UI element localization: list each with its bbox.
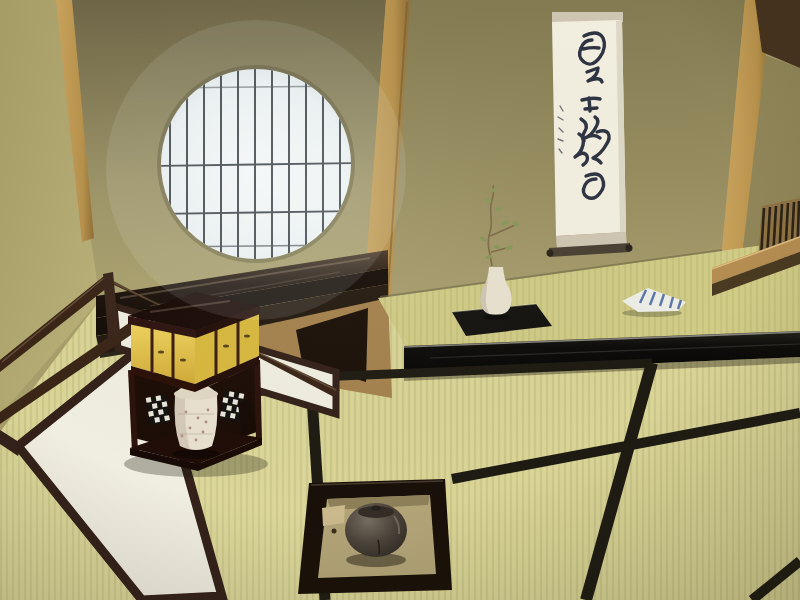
tea-room-photo [0, 0, 800, 600]
vignette [0, 0, 800, 600]
